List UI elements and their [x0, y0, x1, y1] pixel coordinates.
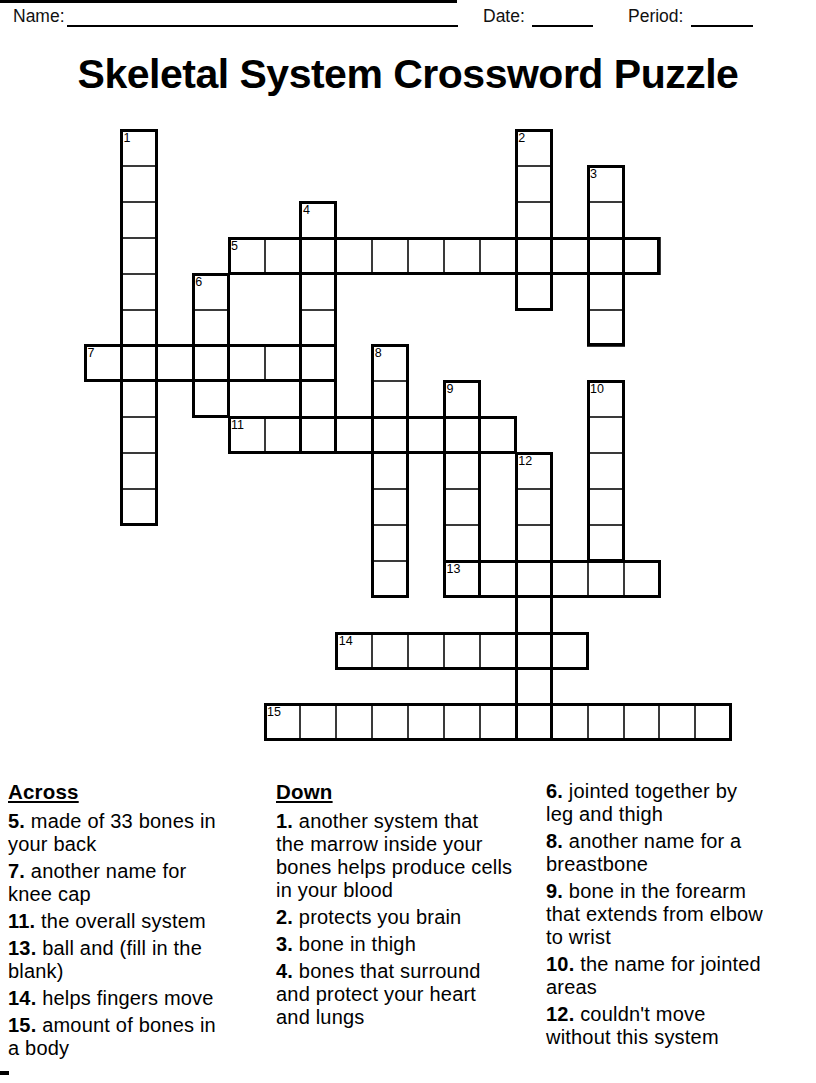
grid-cell[interactable]: [371, 452, 409, 490]
grid-cell[interactable]: [335, 237, 373, 275]
grid-cell[interactable]: [587, 416, 625, 454]
grid-cell[interactable]: [299, 344, 337, 382]
grid-cell[interactable]: [515, 703, 553, 741]
clue-number-label: 4.: [276, 960, 293, 982]
grid-cell[interactable]: [587, 488, 625, 526]
grid-cell[interactable]: [587, 309, 625, 347]
clue-8: 8. another name for a breastbone: [546, 830, 812, 876]
grid-cell[interactable]: [515, 632, 553, 670]
clue-12: 12. couldn't move without this system: [546, 1003, 812, 1049]
clue-text: the overall system: [35, 910, 206, 932]
grid-cell[interactable]: [407, 632, 445, 670]
grid-cell[interactable]: [515, 596, 553, 634]
across-clue-list: 5. made of 33 bones in your back7. anoth…: [8, 810, 224, 1060]
clue-text: another name for a breastbone: [546, 830, 741, 875]
grid-cell[interactable]: [120, 452, 158, 490]
clue-5: 5. made of 33 bones in your back: [8, 810, 224, 856]
clue-text: bones that surround and protect your hea…: [276, 960, 481, 1028]
grid-cell[interactable]: [443, 452, 481, 490]
period-label: Period:: [628, 6, 683, 27]
grid-cell[interactable]: [587, 165, 625, 203]
clue-number-label: 5.: [8, 810, 25, 832]
clue-text: amount of bones in a body: [8, 1014, 216, 1059]
grid-cell[interactable]: [264, 344, 302, 382]
grid-cell[interactable]: [264, 416, 302, 454]
clue-text: jointed together by leg and thigh: [546, 780, 737, 825]
grid-cell[interactable]: [587, 201, 625, 239]
clue-15: 15. amount of bones in a body: [8, 1014, 224, 1060]
grid-cell[interactable]: [658, 703, 696, 741]
grid-cell[interactable]: [120, 201, 158, 239]
grid-cell[interactable]: [228, 416, 266, 454]
grid-cell[interactable]: [515, 129, 553, 167]
grid-cell[interactable]: [84, 344, 122, 382]
grid-cell[interactable]: [371, 488, 409, 526]
top-border-line: [0, 0, 457, 3]
clue-11: 11. the overall system: [8, 910, 224, 933]
grid-cell[interactable]: [443, 524, 481, 562]
grid-cell[interactable]: [515, 273, 553, 311]
grid-cell[interactable]: [623, 703, 661, 741]
clue-number-label: 6.: [546, 780, 563, 802]
clue-7: 7. another name for knee cap: [8, 860, 224, 906]
grid-cell[interactable]: [335, 632, 373, 670]
clue-number-label: 3.: [276, 933, 293, 955]
grid-cell[interactable]: [587, 560, 625, 598]
grid-cell[interactable]: [515, 668, 553, 706]
grid-cell[interactable]: [694, 703, 732, 741]
worksheet-page: { "game": "crossword", "title": "Skeleta…: [0, 0, 816, 1083]
name-blank-line[interactable]: [67, 25, 458, 27]
across-clues-column: Across 5. made of 33 bones in your back7…: [8, 780, 224, 1064]
grid-cell[interactable]: [192, 273, 230, 311]
clue-text: protects you brain: [293, 906, 461, 928]
clue-number-label: 10.: [546, 953, 574, 975]
grid-cell[interactable]: [515, 201, 553, 239]
clue-text: made of 33 bones in your back: [8, 810, 216, 855]
grid-cell[interactable]: [299, 201, 337, 239]
down-clues-column: Down 1. another system that the marrow i…: [276, 780, 536, 1033]
grid-cell[interactable]: [515, 165, 553, 203]
clue-number-label: 14.: [8, 987, 36, 1009]
clue-text: another system that the marrow inside yo…: [276, 810, 512, 901]
grid-cell[interactable]: [479, 632, 517, 670]
grid-cell[interactable]: [587, 703, 625, 741]
grid-cell[interactable]: [371, 524, 409, 562]
grid-cell[interactable]: [228, 237, 266, 275]
grid-cell[interactable]: [443, 416, 481, 454]
grid-cell[interactable]: [479, 703, 517, 741]
grid-cell[interactable]: [551, 632, 589, 670]
grid-cell[interactable]: [515, 452, 553, 490]
grid-cell[interactable]: [587, 452, 625, 490]
grid-cell[interactable]: [120, 416, 158, 454]
grid-cell[interactable]: [515, 560, 553, 598]
clue-text: bone in thigh: [293, 933, 416, 955]
grid-cell[interactable]: [264, 703, 302, 741]
clue-2: 2. protects you brain: [276, 906, 536, 929]
clue-text: the name for jointed areas: [546, 953, 761, 998]
grid-cell[interactable]: [551, 703, 589, 741]
grid-cell[interactable]: [371, 560, 409, 598]
grid-cell[interactable]: [120, 344, 158, 382]
across-header: Across: [8, 780, 224, 803]
clue-number-label: 9.: [546, 880, 563, 902]
grid-cell[interactable]: [443, 632, 481, 670]
grid-cell[interactable]: [299, 237, 337, 275]
grid-cell[interactable]: [407, 237, 445, 275]
grid-cell[interactable]: [515, 524, 553, 562]
grid-cell[interactable]: [587, 524, 625, 562]
grid-cell[interactable]: [299, 273, 337, 311]
grid-cell[interactable]: [299, 380, 337, 418]
clue-number-label: 11.: [8, 910, 35, 932]
clue-text: ball and (fill in the blank): [8, 937, 202, 982]
grid-cell[interactable]: [587, 380, 625, 418]
grid-cell[interactable]: [264, 237, 302, 275]
grid-cell[interactable]: [120, 488, 158, 526]
grid-cell[interactable]: [299, 703, 337, 741]
puzzle-title: Skeletal System Crossword Puzzle: [0, 51, 816, 98]
grid-cell[interactable]: [479, 416, 517, 454]
grid-cell[interactable]: [192, 309, 230, 347]
grid-cell[interactable]: [515, 237, 553, 275]
clue-number-label: 7.: [8, 860, 25, 882]
clue-number-label: 1.: [276, 810, 293, 832]
grid-cell[interactable]: [299, 416, 337, 454]
grid-cell[interactable]: [371, 380, 409, 418]
clue-13: 13. ball and (fill in the blank): [8, 937, 224, 983]
down-clue-list-2: 6. jointed together by leg and thigh8. a…: [546, 780, 812, 1049]
grid-cell[interactable]: [551, 560, 589, 598]
clue-text: another name for knee cap: [8, 860, 186, 905]
grid-cell[interactable]: [443, 237, 481, 275]
clue-text: helps fingers move: [36, 987, 213, 1009]
clue-10: 10. the name for jointed areas: [546, 953, 812, 999]
clue-1: 1. another system that the marrow inside…: [276, 810, 536, 902]
down-header: Down: [276, 780, 536, 803]
grid-cell[interactable]: [120, 273, 158, 311]
grid-cell[interactable]: [371, 237, 409, 275]
grid-cell[interactable]: [192, 344, 230, 382]
grid-cell[interactable]: [587, 237, 625, 275]
grid-cell[interactable]: [479, 237, 517, 275]
bottom-border-line: [0, 1071, 9, 1075]
grid-cell[interactable]: [371, 632, 409, 670]
down-clue-list-1: 1. another system that the marrow inside…: [276, 810, 536, 1029]
grid-cell[interactable]: [156, 344, 194, 382]
grid-cell[interactable]: [120, 129, 158, 167]
grid-cell[interactable]: [335, 703, 373, 741]
clue-number-label: 15.: [8, 1014, 36, 1036]
grid-cell[interactable]: [443, 380, 481, 418]
grid-cell[interactable]: [120, 380, 158, 418]
grid-cell[interactable]: [371, 416, 409, 454]
grid-cell[interactable]: [299, 309, 337, 347]
period-blank-line[interactable]: [691, 25, 753, 27]
clue-number-label: 12.: [546, 1003, 574, 1025]
grid-cell[interactable]: [479, 560, 517, 598]
grid-cell[interactable]: [407, 703, 445, 741]
clue-4: 4. bones that surround and protect your …: [276, 960, 536, 1029]
clue-number-label: 2.: [276, 906, 293, 928]
grid-cell[interactable]: [443, 703, 481, 741]
grid-cell[interactable]: [443, 488, 481, 526]
clue-6: 6. jointed together by leg and thigh: [546, 780, 812, 826]
grid-cell[interactable]: [120, 237, 158, 275]
grid-cell[interactable]: [335, 416, 373, 454]
clue-9: 9. bone in the forearm that extends from…: [546, 880, 812, 949]
grid-cell[interactable]: [623, 237, 661, 275]
grid-cell[interactable]: [551, 237, 589, 275]
date-blank-line[interactable]: [532, 25, 593, 27]
grid-cell[interactable]: [228, 344, 266, 382]
grid-cell[interactable]: [515, 488, 553, 526]
clue-3: 3. bone in thigh: [276, 933, 536, 956]
name-label: Name:: [13, 6, 65, 27]
clue-text: bone in the forearm that extends from el…: [546, 880, 763, 948]
grid-cell[interactable]: [443, 560, 481, 598]
grid-cell[interactable]: [371, 344, 409, 382]
crossword-grid: 123456789101112131415: [84, 129, 732, 742]
grid-cell[interactable]: [623, 560, 661, 598]
clue-14: 14. helps fingers move: [8, 987, 224, 1010]
clue-number-label: 8.: [546, 830, 563, 852]
date-label: Date:: [483, 6, 525, 27]
grid-cell[interactable]: [192, 380, 230, 418]
grid-cell[interactable]: [587, 273, 625, 311]
grid-cell[interactable]: [371, 703, 409, 741]
grid-cell[interactable]: [120, 165, 158, 203]
clue-number-label: 13.: [8, 937, 36, 959]
down-clues-column-2: 6. jointed together by leg and thigh8. a…: [546, 780, 812, 1053]
grid-cell[interactable]: [407, 416, 445, 454]
grid-cell[interactable]: [120, 309, 158, 347]
